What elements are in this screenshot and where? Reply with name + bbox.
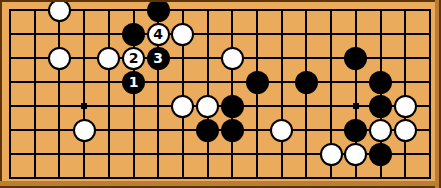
move-number-label: 3 [153,51,163,65]
black-stone [369,71,392,94]
white-stone [394,95,417,118]
white-stone [48,47,71,70]
black-stone [369,95,392,118]
star-point [353,103,359,109]
white-stone [196,95,219,118]
black-stone [122,23,145,46]
move-number-label: 4 [153,27,163,41]
frame-top-edge [0,0,441,2]
white-stone [171,95,194,118]
grid-line-horizontal [9,81,431,83]
grid-line-horizontal [9,177,431,179]
white-stone [97,47,120,70]
black-stone [344,47,367,70]
black-stone [147,0,170,22]
frame-left-edge [0,0,2,188]
grid-line-horizontal [9,105,431,107]
move-number-label: 2 [129,51,139,65]
black-stone: 3 [147,47,170,70]
go-board-diagram: 4231 [0,0,441,188]
grid-line-horizontal [9,9,431,11]
black-stone [221,95,244,118]
move-number-label: 1 [129,75,139,89]
black-stone [196,119,219,142]
white-stone: 2 [122,47,145,70]
black-stone [246,71,269,94]
white-stone [270,119,293,142]
grid-line-horizontal [9,33,431,35]
white-stone: 4 [147,23,170,46]
white-stone [171,23,194,46]
white-stone [48,0,71,22]
black-stone: 1 [122,71,145,94]
black-stone [295,71,318,94]
white-stone [369,119,392,142]
frame-bottom-band [0,181,441,188]
star-point [81,103,87,109]
frame-right-band [435,0,441,188]
grid-line-horizontal [9,57,431,59]
grid-line-horizontal [9,153,431,155]
black-stone [344,119,367,142]
black-stone [369,143,392,166]
white-stone [73,119,96,142]
white-stone [221,47,244,70]
white-stone [320,143,343,166]
black-stone [221,119,244,142]
white-stone [344,143,367,166]
white-stone [394,119,417,142]
